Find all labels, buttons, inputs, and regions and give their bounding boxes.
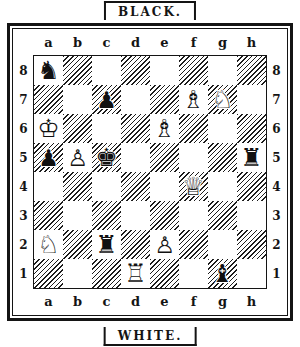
square-e2[interactable]: ♙: [150, 230, 179, 259]
rank-label-7-left: 7: [13, 85, 34, 114]
rank-label-8-left: 8: [13, 56, 34, 85]
square-b6[interactable]: [63, 114, 92, 143]
piece-black-bishop-g1[interactable]: ♝: [208, 259, 237, 288]
square-e6[interactable]: ♗: [150, 114, 179, 143]
square-b4[interactable]: [63, 172, 92, 201]
black-pawn-glyph: ♟: [34, 143, 63, 172]
square-g5[interactable]: [208, 143, 237, 172]
square-f2[interactable]: [179, 230, 208, 259]
square-b3[interactable]: [63, 201, 92, 230]
rank-label-5-right: 5: [266, 143, 287, 172]
square-h7[interactable]: [237, 85, 266, 114]
chess-diagram-page: BLACK. aabbccddeeffgghh8877665544332211♞…: [0, 0, 300, 347]
rank-label-1-left: 1: [13, 259, 34, 288]
file-label-d-top: d: [121, 29, 150, 56]
white-rook-glyph: ♖: [121, 259, 150, 288]
file-label-h-top: h: [237, 29, 266, 56]
black-pawn-glyph: ♟: [92, 85, 121, 114]
square-b8[interactable]: [63, 56, 92, 85]
white-knight-glyph: ♘: [34, 230, 63, 259]
square-g4[interactable]: [208, 172, 237, 201]
black-rook-glyph: ♜: [237, 143, 266, 172]
file-label-g-bottom: g: [208, 288, 237, 315]
square-d4[interactable]: [121, 172, 150, 201]
square-b5[interactable]: ♙: [63, 143, 92, 172]
piece-white-pawn-e2[interactable]: ♙: [150, 230, 179, 259]
square-c3[interactable]: [92, 201, 121, 230]
square-f5[interactable]: [179, 143, 208, 172]
white-side-label-text: WHITE.: [118, 329, 183, 343]
square-d2[interactable]: [121, 230, 150, 259]
square-f6[interactable]: [179, 114, 208, 143]
square-h8[interactable]: [237, 56, 266, 85]
piece-black-pawn-c7[interactable]: ♟: [92, 85, 121, 114]
square-f8[interactable]: [179, 56, 208, 85]
file-label-e-bottom: e: [150, 288, 179, 315]
piece-black-rook-h5[interactable]: ♜: [237, 143, 266, 172]
square-d5[interactable]: [121, 143, 150, 172]
rank-label-7-right: 7: [266, 85, 287, 114]
square-b7[interactable]: [63, 85, 92, 114]
piece-white-bishop-e6[interactable]: ♗: [150, 114, 179, 143]
rank-label-3-right: 3: [266, 201, 287, 230]
rank-label-5-left: 5: [13, 143, 34, 172]
black-rook-glyph: ♜: [92, 230, 121, 259]
square-a7[interactable]: [34, 85, 63, 114]
square-f7[interactable]: ♗: [179, 85, 208, 114]
square-c7[interactable]: ♟: [92, 85, 121, 114]
square-c8[interactable]: [92, 56, 121, 85]
square-h2[interactable]: [237, 230, 266, 259]
file-label-b-top: b: [63, 29, 92, 56]
square-f4[interactable]: ♕: [179, 172, 208, 201]
piece-white-bishop-f7[interactable]: ♗: [179, 85, 208, 114]
piece-white-queen-f4[interactable]: ♕: [179, 172, 208, 201]
file-label-c-bottom: c: [92, 288, 121, 315]
square-g3[interactable]: [208, 201, 237, 230]
rank-label-3-left: 3: [13, 201, 34, 230]
square-c1[interactable]: [92, 259, 121, 288]
rank-label-2-right: 2: [266, 230, 287, 259]
square-b2[interactable]: [63, 230, 92, 259]
square-g8[interactable]: [208, 56, 237, 85]
square-e7[interactable]: [150, 85, 179, 114]
square-a8[interactable]: ♞: [34, 56, 63, 85]
rank-label-2-left: 2: [13, 230, 34, 259]
black-bishop-glyph: ♝: [208, 259, 237, 288]
white-king-glyph: ♔: [34, 114, 63, 143]
square-a3[interactable]: [34, 201, 63, 230]
file-label-a-bottom: a: [34, 288, 63, 315]
file-label-f-bottom: f: [179, 288, 208, 315]
square-d7[interactable]: [121, 85, 150, 114]
square-b1[interactable]: [63, 259, 92, 288]
square-e1[interactable]: [150, 259, 179, 288]
chessboard: ♞♟♗♘♔♗♟♙♚♜♕♘♜♙♖♝: [33, 55, 267, 289]
piece-white-pawn-b5[interactable]: ♙: [63, 143, 92, 172]
white-bishop-glyph: ♗: [179, 85, 208, 114]
rank-label-6-right: 6: [266, 114, 287, 143]
rank-label-6-left: 6: [13, 114, 34, 143]
square-d1[interactable]: ♖: [121, 259, 150, 288]
white-queen-glyph: ♕: [179, 172, 208, 201]
square-e4[interactable]: [150, 172, 179, 201]
black-king-glyph: ♚: [92, 143, 121, 172]
square-d6[interactable]: [121, 114, 150, 143]
file-label-e-top: e: [150, 29, 179, 56]
white-knight-glyph: ♘: [208, 85, 237, 114]
square-h5[interactable]: ♜: [237, 143, 266, 172]
file-label-a-top: a: [34, 29, 63, 56]
square-a5[interactable]: ♟: [34, 143, 63, 172]
white-pawn-glyph: ♙: [63, 143, 92, 172]
board-frame: aabbccddeeffgghh8877665544332211♞♟♗♘♔♗♟♙…: [7, 23, 293, 321]
file-label-g-top: g: [208, 29, 237, 56]
square-a4[interactable]: [34, 172, 63, 201]
square-e8[interactable]: [150, 56, 179, 85]
piece-black-pawn-a5[interactable]: ♟: [34, 143, 63, 172]
square-h3[interactable]: [237, 201, 266, 230]
square-f1[interactable]: [179, 259, 208, 288]
square-c4[interactable]: [92, 172, 121, 201]
file-label-b-bottom: b: [63, 288, 92, 315]
square-c5[interactable]: ♚: [92, 143, 121, 172]
piece-white-knight-a2[interactable]: ♘: [34, 230, 63, 259]
rank-label-4-right: 4: [266, 172, 287, 201]
file-label-d-bottom: d: [121, 288, 150, 315]
rank-label-1-right: 1: [266, 259, 287, 288]
white-pawn-glyph: ♙: [150, 230, 179, 259]
square-f3[interactable]: [179, 201, 208, 230]
square-c2[interactable]: ♜: [92, 230, 121, 259]
file-label-c-top: c: [92, 29, 121, 56]
file-label-h-bottom: h: [237, 288, 266, 315]
square-a6[interactable]: ♔: [34, 114, 63, 143]
rank-label-8-right: 8: [266, 56, 287, 85]
piece-black-rook-c2[interactable]: ♜: [92, 230, 121, 259]
rank-label-4-left: 4: [13, 172, 34, 201]
file-label-f-top: f: [179, 29, 208, 56]
square-a1[interactable]: [34, 259, 63, 288]
white-bishop-glyph: ♗: [150, 114, 179, 143]
piece-white-king-a6[interactable]: ♔: [34, 114, 63, 143]
black-side-label: BLACK.: [104, 1, 196, 20]
piece-white-rook-d1[interactable]: ♖: [121, 259, 150, 288]
piece-white-knight-g7[interactable]: ♘: [208, 85, 237, 114]
square-g2[interactable]: [208, 230, 237, 259]
square-d8[interactable]: [121, 56, 150, 85]
black-side-label-text: BLACK.: [118, 5, 182, 19]
piece-black-king-c5[interactable]: ♚: [92, 143, 121, 172]
black-knight-glyph: ♞: [34, 56, 63, 85]
square-h6[interactable]: [237, 114, 266, 143]
square-c6[interactable]: [92, 114, 121, 143]
square-g6[interactable]: [208, 114, 237, 143]
square-d3[interactable]: [121, 201, 150, 230]
square-e3[interactable]: [150, 201, 179, 230]
square-e5[interactable]: [150, 143, 179, 172]
board-frame-inner: aabbccddeeffgghh8877665544332211♞♟♗♘♔♗♟♙…: [12, 28, 288, 316]
piece-black-knight-a8[interactable]: ♞: [34, 56, 63, 85]
square-g7[interactable]: ♘: [208, 85, 237, 114]
square-h1[interactable]: [237, 259, 266, 288]
square-a2[interactable]: ♘: [34, 230, 63, 259]
white-side-label: WHITE.: [104, 327, 197, 346]
square-g1[interactable]: ♝: [208, 259, 237, 288]
board-grid: aabbccddeeffgghh8877665544332211♞♟♗♘♔♗♟♙…: [13, 29, 287, 315]
square-h4[interactable]: [237, 172, 266, 201]
